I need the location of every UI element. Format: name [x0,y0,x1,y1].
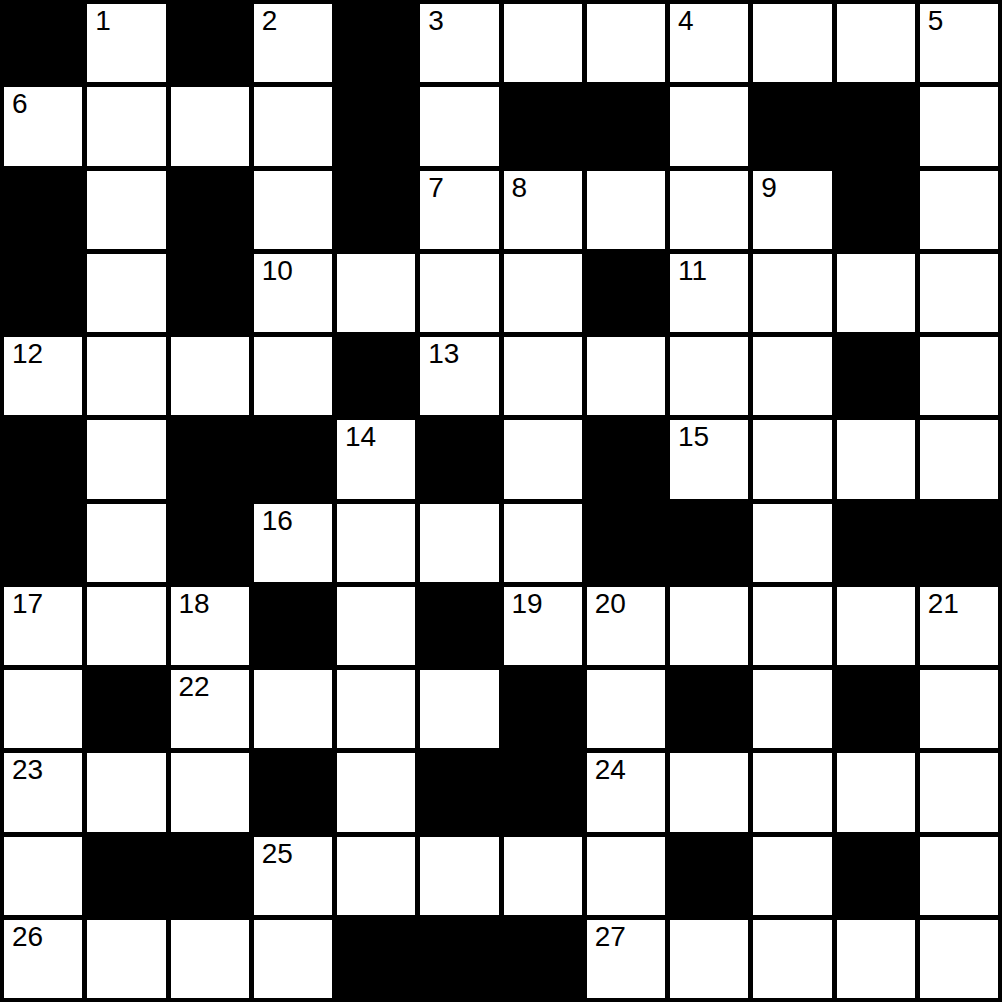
clue-number-15: 15 [678,423,709,451]
black-cell-r6c11 [920,504,998,582]
clue-number-1: 1 [95,7,111,35]
clue-number-25: 25 [262,840,293,868]
clue-number-18: 18 [179,590,210,618]
black-cell-r9c5 [420,753,498,831]
clue-number-21: 21 [928,590,959,618]
white-cell-r9c1[interactable] [87,753,165,831]
clue-number-9: 9 [761,174,777,202]
black-cell-r10c10 [837,837,915,915]
clue-number-19: 19 [512,590,543,618]
black-cell-r1c6 [504,87,582,165]
white-cell-r9c7[interactable]: 24 [587,753,665,831]
white-cell-r11c8[interactable] [670,920,748,998]
white-cell-r2c1[interactable] [87,171,165,249]
white-cell-r10c0[interactable] [4,837,82,915]
black-cell-r5c5 [420,420,498,498]
clue-number-2: 2 [262,7,278,35]
white-cell-r1c1[interactable] [87,87,165,165]
white-cell-r7c11[interactable]: 21 [920,587,998,665]
black-cell-r11c6 [504,920,582,998]
white-cell-r2c3[interactable] [254,171,332,249]
white-cell-r9c4[interactable] [337,753,415,831]
white-cell-r0c1[interactable]: 1 [87,4,165,82]
white-cell-r2c5[interactable]: 7 [420,171,498,249]
white-cell-r10c6[interactable] [504,837,582,915]
white-cell-r6c5[interactable] [420,504,498,582]
white-cell-r8c9[interactable] [753,670,831,748]
white-cell-r4c5[interactable]: 13 [420,337,498,415]
white-cell-r7c2[interactable]: 18 [171,587,249,665]
white-cell-r4c6[interactable] [504,337,582,415]
black-cell-r6c10 [837,504,915,582]
white-cell-r10c5[interactable] [420,837,498,915]
black-cell-r5c0 [4,420,82,498]
black-cell-r5c2 [171,420,249,498]
white-cell-r8c3[interactable] [254,670,332,748]
clue-number-27: 27 [595,923,626,951]
black-cell-r2c10 [837,171,915,249]
black-cell-r10c8 [670,837,748,915]
white-cell-r6c4[interactable] [337,504,415,582]
white-cell-r2c7[interactable] [587,171,665,249]
white-cell-r7c10[interactable] [837,587,915,665]
black-cell-r1c7 [587,87,665,165]
black-cell-r6c0 [4,504,82,582]
black-cell-r2c2 [171,171,249,249]
white-cell-r9c10[interactable] [837,753,915,831]
black-cell-r1c9 [753,87,831,165]
black-cell-r9c3 [254,753,332,831]
white-cell-r6c3[interactable]: 16 [254,504,332,582]
clue-number-11: 11 [678,257,707,285]
white-cell-r7c9[interactable] [753,587,831,665]
white-cell-r8c11[interactable] [920,670,998,748]
black-cell-r7c3 [254,587,332,665]
white-cell-r9c9[interactable] [753,753,831,831]
white-cell-r8c5[interactable] [420,670,498,748]
black-cell-r8c1 [87,670,165,748]
white-cell-r3c11[interactable] [920,254,998,332]
white-cell-r0c3[interactable]: 2 [254,4,332,82]
black-cell-r5c3 [254,420,332,498]
white-cell-r3c9[interactable] [753,254,831,332]
black-cell-r5c7 [587,420,665,498]
white-cell-r0c9[interactable] [753,4,831,82]
white-cell-r11c3[interactable] [254,920,332,998]
white-cell-r11c7[interactable]: 27 [587,920,665,998]
white-cell-r4c2[interactable] [171,337,249,415]
white-cell-r4c8[interactable] [670,337,748,415]
black-cell-r11c4 [337,920,415,998]
white-cell-r0c5[interactable]: 3 [420,4,498,82]
black-cell-r0c4 [337,4,415,82]
white-cell-r6c1[interactable] [87,504,165,582]
white-cell-r4c0[interactable]: 12 [4,337,82,415]
clue-number-8: 8 [512,174,528,202]
black-cell-r3c0 [4,254,82,332]
white-cell-r8c0[interactable] [4,670,82,748]
white-cell-r11c2[interactable] [171,920,249,998]
black-cell-r1c10 [837,87,915,165]
white-cell-r0c6[interactable] [504,4,582,82]
black-cell-r4c10 [837,337,915,415]
white-cell-r4c9[interactable] [753,337,831,415]
white-cell-r2c11[interactable] [920,171,998,249]
white-cell-r11c1[interactable] [87,920,165,998]
white-cell-r7c1[interactable] [87,587,165,665]
clue-number-23: 23 [12,756,43,784]
white-cell-r3c10[interactable] [837,254,915,332]
black-cell-r3c2 [171,254,249,332]
black-cell-r11c5 [420,920,498,998]
white-cell-r10c3[interactable]: 25 [254,837,332,915]
clue-number-16: 16 [262,507,293,535]
black-cell-r6c8 [670,504,748,582]
white-cell-r1c5[interactable] [420,87,498,165]
black-cell-r2c0 [4,171,82,249]
white-cell-r3c1[interactable] [87,254,165,332]
white-cell-r3c6[interactable] [504,254,582,332]
black-cell-r10c2 [171,837,249,915]
crossword-grid: 1234567891011121314151617181920212223242… [0,0,1002,1002]
white-cell-r4c7[interactable] [587,337,665,415]
clue-number-3: 3 [428,7,444,35]
black-cell-r0c0 [4,4,82,82]
clue-number-26: 26 [12,923,43,951]
black-cell-r6c2 [171,504,249,582]
white-cell-r7c6[interactable]: 19 [504,587,582,665]
white-cell-r11c10[interactable] [837,920,915,998]
white-cell-r8c7[interactable] [587,670,665,748]
white-cell-r3c8[interactable]: 11 [670,254,748,332]
white-cell-r0c10[interactable] [837,4,915,82]
white-cell-r4c1[interactable] [87,337,165,415]
white-cell-r8c2[interactable]: 22 [171,670,249,748]
clue-number-24: 24 [595,756,626,784]
white-cell-r3c5[interactable] [420,254,498,332]
white-cell-r1c2[interactable] [171,87,249,165]
white-cell-r7c0[interactable]: 17 [4,587,82,665]
black-cell-r0c2 [171,4,249,82]
white-cell-r5c1[interactable] [87,420,165,498]
white-cell-r7c4[interactable] [337,587,415,665]
white-cell-r9c11[interactable] [920,753,998,831]
black-cell-r6c7 [587,504,665,582]
black-cell-r8c8 [670,670,748,748]
white-cell-r4c11[interactable] [920,337,998,415]
white-cell-r3c4[interactable] [337,254,415,332]
white-cell-r10c4[interactable] [337,837,415,915]
white-cell-r5c9[interactable] [753,420,831,498]
black-cell-r2c4 [337,171,415,249]
white-cell-r11c0[interactable]: 26 [4,920,82,998]
white-cell-r11c11[interactable] [920,920,998,998]
white-cell-r4c3[interactable] [254,337,332,415]
clue-number-10: 10 [262,257,293,285]
white-cell-r11c9[interactable] [753,920,831,998]
white-cell-r6c6[interactable] [504,504,582,582]
white-cell-r10c7[interactable] [587,837,665,915]
clue-number-13: 13 [428,340,459,368]
white-cell-r9c0[interactable]: 23 [4,753,82,831]
white-cell-r5c10[interactable] [837,420,915,498]
black-cell-r7c5 [420,587,498,665]
white-cell-r2c6[interactable]: 8 [504,171,582,249]
white-cell-r9c8[interactable] [670,753,748,831]
clue-number-22: 22 [179,673,210,701]
clue-number-6: 6 [12,90,28,118]
white-cell-r0c8[interactable]: 4 [670,4,748,82]
white-cell-r7c7[interactable]: 20 [587,587,665,665]
white-cell-r0c7[interactable] [587,4,665,82]
white-cell-r5c6[interactable] [504,420,582,498]
black-cell-r9c6 [504,753,582,831]
white-cell-r0c11[interactable]: 5 [920,4,998,82]
clue-number-17: 17 [12,590,43,618]
black-cell-r8c6 [504,670,582,748]
clue-number-20: 20 [595,590,626,618]
white-cell-r1c11[interactable] [920,87,998,165]
white-cell-r1c8[interactable] [670,87,748,165]
white-cell-r5c4[interactable]: 14 [337,420,415,498]
clue-number-4: 4 [678,7,694,35]
clue-number-14: 14 [345,423,376,451]
black-cell-r1c4 [337,87,415,165]
white-cell-r1c0[interactable]: 6 [4,87,82,165]
white-cell-r5c8[interactable]: 15 [670,420,748,498]
white-cell-r2c8[interactable] [670,171,748,249]
white-cell-r9c2[interactable] [171,753,249,831]
white-cell-r1c3[interactable] [254,87,332,165]
clue-number-7: 7 [428,174,444,202]
black-cell-r3c7 [587,254,665,332]
black-cell-r10c1 [87,837,165,915]
white-cell-r8c4[interactable] [337,670,415,748]
white-cell-r6c9[interactable] [753,504,831,582]
clue-number-12: 12 [12,340,43,368]
white-cell-r3c3[interactable]: 10 [254,254,332,332]
black-cell-r8c10 [837,670,915,748]
white-cell-r5c11[interactable] [920,420,998,498]
white-cell-r2c9[interactable]: 9 [753,171,831,249]
black-cell-r4c4 [337,337,415,415]
clue-number-5: 5 [928,7,944,35]
white-cell-r10c9[interactable] [753,837,831,915]
white-cell-r10c11[interactable] [920,837,998,915]
white-cell-r7c8[interactable] [670,587,748,665]
